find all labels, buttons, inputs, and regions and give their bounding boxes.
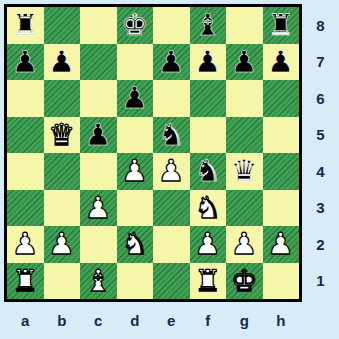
file-label-g: g: [226, 302, 263, 339]
square-d7[interactable]: [117, 44, 154, 81]
file-label-c: c: [80, 302, 117, 339]
square-e2[interactable]: [153, 226, 190, 263]
square-c2[interactable]: [80, 226, 117, 263]
chess-app-screen: ♜♚♝♜♟♟♟♟♟♟♟♛♟♞♟♟♞♛♟♞♟♟♞♟♟♟♜♝♜♚ abcdefgh …: [0, 0, 339, 339]
file-label-f: f: [190, 302, 227, 339]
square-e6[interactable]: [153, 80, 190, 117]
piece-white-king-g1[interactable]: ♚: [231, 263, 258, 299]
square-f2[interactable]: ♟: [190, 226, 227, 263]
piece-black-pawn-h7[interactable]: ♟: [267, 44, 294, 80]
square-c1[interactable]: ♝: [80, 263, 117, 300]
square-f3[interactable]: ♞: [190, 190, 227, 227]
rank-label-3: 3: [302, 190, 339, 227]
square-d2[interactable]: ♞: [117, 226, 154, 263]
file-labels: abcdefgh: [7, 302, 299, 339]
square-g8[interactable]: [226, 7, 263, 44]
piece-white-pawn-d4[interactable]: ♟: [121, 153, 148, 189]
file-label-e: e: [153, 302, 190, 339]
piece-black-queen-g4[interactable]: ♛: [231, 153, 258, 189]
square-e4[interactable]: ♟: [153, 153, 190, 190]
square-g1[interactable]: ♚: [226, 263, 263, 300]
piece-black-king-d8[interactable]: ♚: [121, 7, 148, 43]
square-h5[interactable]: [263, 117, 300, 154]
piece-black-pawn-g7[interactable]: ♟: [231, 44, 258, 80]
piece-black-pawn-d6[interactable]: ♟: [121, 80, 148, 116]
square-h7[interactable]: ♟: [263, 44, 300, 81]
square-d8[interactable]: ♚: [117, 7, 154, 44]
square-a8[interactable]: ♜: [7, 7, 44, 44]
square-a3[interactable]: [7, 190, 44, 227]
piece-white-pawn-e4[interactable]: ♟: [158, 153, 185, 189]
square-a1[interactable]: ♜: [7, 263, 44, 300]
file-label-h: h: [263, 302, 300, 339]
square-b8[interactable]: [44, 7, 81, 44]
square-a6[interactable]: [7, 80, 44, 117]
square-e1[interactable]: [153, 263, 190, 300]
board: ♜♚♝♜♟♟♟♟♟♟♟♛♟♞♟♟♞♛♟♞♟♟♞♟♟♟♜♝♜♚: [4, 4, 302, 302]
square-g4[interactable]: ♛: [226, 153, 263, 190]
piece-black-pawn-e7[interactable]: ♟: [158, 44, 185, 80]
rank-labels: 87654321: [302, 7, 339, 299]
square-c7[interactable]: [80, 44, 117, 81]
square-d6[interactable]: ♟: [117, 80, 154, 117]
square-a7[interactable]: ♟: [7, 44, 44, 81]
file-label-a: a: [7, 302, 44, 339]
rank-label-7: 7: [302, 44, 339, 81]
piece-black-knight-e5[interactable]: ♞: [158, 117, 185, 153]
piece-white-pawn-c3[interactable]: ♟: [85, 190, 112, 226]
square-a5[interactable]: [7, 117, 44, 154]
piece-black-rook-a8[interactable]: ♜: [12, 7, 39, 43]
file-label-b: b: [44, 302, 81, 339]
piece-white-rook-a1[interactable]: ♜: [12, 263, 39, 299]
square-g6[interactable]: [226, 80, 263, 117]
square-b7[interactable]: ♟: [44, 44, 81, 81]
file-label-d: d: [117, 302, 154, 339]
square-e5[interactable]: ♞: [153, 117, 190, 154]
square-d4[interactable]: ♟: [117, 153, 154, 190]
piece-white-pawn-g2[interactable]: ♟: [231, 226, 258, 262]
square-c5[interactable]: ♟: [80, 117, 117, 154]
square-b2[interactable]: ♟: [44, 226, 81, 263]
square-e3[interactable]: [153, 190, 190, 227]
square-g5[interactable]: [226, 117, 263, 154]
piece-black-pawn-c5[interactable]: ♟: [85, 117, 112, 153]
rank-label-2: 2: [302, 226, 339, 263]
piece-white-queen-b5[interactable]: ♛: [48, 117, 75, 153]
square-f5[interactable]: [190, 117, 227, 154]
piece-white-knight-d2[interactable]: ♞: [121, 226, 148, 262]
piece-black-pawn-f7[interactable]: ♟: [194, 44, 221, 80]
square-a4[interactable]: [7, 153, 44, 190]
square-h1[interactable]: [263, 263, 300, 300]
square-h3[interactable]: [263, 190, 300, 227]
square-a2[interactable]: ♟: [7, 226, 44, 263]
square-b4[interactable]: [44, 153, 81, 190]
square-f6[interactable]: [190, 80, 227, 117]
square-d3[interactable]: [117, 190, 154, 227]
square-f7[interactable]: ♟: [190, 44, 227, 81]
square-c8[interactable]: [80, 7, 117, 44]
square-e7[interactable]: ♟: [153, 44, 190, 81]
square-c6[interactable]: [80, 80, 117, 117]
square-g2[interactable]: ♟: [226, 226, 263, 263]
piece-black-knight-f4[interactable]: ♞: [194, 153, 221, 189]
square-d5[interactable]: [117, 117, 154, 154]
piece-black-pawn-b7[interactable]: ♟: [48, 44, 75, 80]
piece-black-pawn-a7[interactable]: ♟: [12, 44, 39, 80]
square-h8[interactable]: ♜: [263, 7, 300, 44]
square-c4[interactable]: [80, 153, 117, 190]
square-b6[interactable]: [44, 80, 81, 117]
square-h6[interactable]: [263, 80, 300, 117]
piece-white-knight-f3[interactable]: ♞: [194, 190, 221, 226]
rank-label-6: 6: [302, 80, 339, 117]
square-e8[interactable]: [153, 7, 190, 44]
square-g7[interactable]: ♟: [226, 44, 263, 81]
square-h4[interactable]: [263, 153, 300, 190]
piece-white-rook-f1[interactable]: ♜: [194, 263, 221, 299]
square-d1[interactable]: [117, 263, 154, 300]
square-b3[interactable]: [44, 190, 81, 227]
square-c3[interactable]: ♟: [80, 190, 117, 227]
square-b5[interactable]: ♛: [44, 117, 81, 154]
square-f4[interactable]: ♞: [190, 153, 227, 190]
square-b1[interactable]: [44, 263, 81, 300]
rank-label-8: 8: [302, 7, 339, 44]
square-f1[interactable]: ♜: [190, 263, 227, 300]
piece-black-rook-h8[interactable]: ♜: [267, 7, 294, 43]
piece-white-pawn-f2[interactable]: ♟: [194, 226, 221, 262]
square-h2[interactable]: ♟: [263, 226, 300, 263]
rank-label-1: 1: [302, 263, 339, 300]
piece-white-pawn-a2[interactable]: ♟: [12, 226, 39, 262]
square-g3[interactable]: [226, 190, 263, 227]
piece-white-bishop-c1[interactable]: ♝: [85, 263, 112, 299]
square-f8[interactable]: ♝: [190, 7, 227, 44]
piece-black-bishop-f8[interactable]: ♝: [194, 7, 221, 43]
piece-white-pawn-b2[interactable]: ♟: [48, 226, 75, 262]
piece-white-pawn-h2[interactable]: ♟: [267, 226, 294, 262]
rank-label-5: 5: [302, 117, 339, 154]
rank-label-4: 4: [302, 153, 339, 190]
